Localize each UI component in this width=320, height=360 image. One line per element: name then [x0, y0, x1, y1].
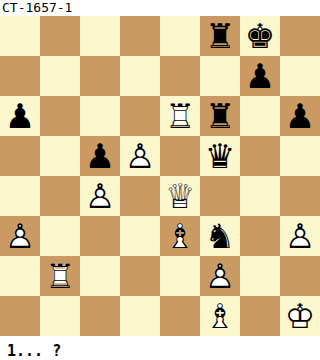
- square-d5[interactable]: ♟♙: [120, 136, 160, 176]
- square-g2[interactable]: [240, 256, 280, 296]
- piece-outline: ♙: [120, 136, 160, 176]
- square-g5[interactable]: [240, 136, 280, 176]
- square-f5[interactable]: ♛: [200, 136, 240, 176]
- piece-black-pawn[interactable]: ♟: [0, 96, 40, 136]
- square-c1[interactable]: [80, 296, 120, 336]
- square-c5[interactable]: ♟: [80, 136, 120, 176]
- piece-white-pawn[interactable]: ♟♙: [80, 176, 120, 216]
- square-c6[interactable]: [80, 96, 120, 136]
- square-g4[interactable]: [240, 176, 280, 216]
- square-h5[interactable]: [280, 136, 320, 176]
- square-h6[interactable]: ♟: [280, 96, 320, 136]
- square-f3[interactable]: ♞: [200, 216, 240, 256]
- square-c3[interactable]: [80, 216, 120, 256]
- square-e8[interactable]: [160, 16, 200, 56]
- square-h8[interactable]: [280, 16, 320, 56]
- square-c8[interactable]: [80, 16, 120, 56]
- piece-black-king[interactable]: ♚: [240, 16, 280, 56]
- square-b2[interactable]: ♜♖: [40, 256, 80, 296]
- square-h1[interactable]: ♚♔: [280, 296, 320, 336]
- square-c7[interactable]: [80, 56, 120, 96]
- square-g8[interactable]: ♚: [240, 16, 280, 56]
- square-b4[interactable]: [40, 176, 80, 216]
- piece-glyph: ♟: [240, 56, 280, 96]
- square-h4[interactable]: [280, 176, 320, 216]
- square-b8[interactable]: [40, 16, 80, 56]
- piece-outline: ♖: [40, 256, 80, 296]
- square-a2[interactable]: [0, 256, 40, 296]
- square-g1[interactable]: [240, 296, 280, 336]
- square-f2[interactable]: ♟♙: [200, 256, 240, 296]
- square-b1[interactable]: [40, 296, 80, 336]
- square-b5[interactable]: [40, 136, 80, 176]
- piece-black-pawn[interactable]: ♟: [240, 56, 280, 96]
- square-e6[interactable]: ♜♖: [160, 96, 200, 136]
- square-g7[interactable]: ♟: [240, 56, 280, 96]
- piece-white-pawn[interactable]: ♟♙: [0, 216, 40, 256]
- piece-outline: ♗: [200, 296, 240, 336]
- chess-board: ♜♚♟♟♜♖♜♟♟♟♙♛♟♙♛♕♟♙♝♗♞♟♙♜♖♟♙♝♗♚♔: [0, 16, 320, 336]
- square-d4[interactable]: [120, 176, 160, 216]
- square-f4[interactable]: [200, 176, 240, 216]
- piece-glyph: ♛: [200, 136, 240, 176]
- piece-black-knight[interactable]: ♞: [200, 216, 240, 256]
- square-f6[interactable]: ♜: [200, 96, 240, 136]
- piece-glyph: ♜: [200, 96, 240, 136]
- piece-white-queen[interactable]: ♛♕: [160, 176, 200, 216]
- chess-puzzle-page: CT-1657-1 ♜♚♟♟♜♖♜♟♟♟♙♛♟♙♛♕♟♙♝♗♞♟♙♜♖♟♙♝♗♚…: [0, 0, 320, 360]
- piece-glyph: ♚: [240, 16, 280, 56]
- square-h2[interactable]: [280, 256, 320, 296]
- square-f1[interactable]: ♝♗: [200, 296, 240, 336]
- piece-white-pawn[interactable]: ♟♙: [120, 136, 160, 176]
- square-e5[interactable]: [160, 136, 200, 176]
- square-c2[interactable]: [80, 256, 120, 296]
- piece-glyph: ♟: [80, 136, 120, 176]
- piece-outline: ♗: [160, 216, 200, 256]
- piece-black-queen[interactable]: ♛: [200, 136, 240, 176]
- piece-white-bishop[interactable]: ♝♗: [200, 296, 240, 336]
- square-a3[interactable]: ♟♙: [0, 216, 40, 256]
- piece-outline: ♕: [160, 176, 200, 216]
- square-c4[interactable]: ♟♙: [80, 176, 120, 216]
- square-e2[interactable]: [160, 256, 200, 296]
- square-e4[interactable]: ♛♕: [160, 176, 200, 216]
- square-d3[interactable]: [120, 216, 160, 256]
- piece-outline: ♙: [80, 176, 120, 216]
- puzzle-id: CT-1657-1: [0, 0, 320, 16]
- square-a1[interactable]: [0, 296, 40, 336]
- piece-outline: ♙: [0, 216, 40, 256]
- piece-black-rook[interactable]: ♜: [200, 96, 240, 136]
- piece-white-king[interactable]: ♚♔: [280, 296, 320, 336]
- piece-white-rook[interactable]: ♜♖: [160, 96, 200, 136]
- square-d8[interactable]: [120, 16, 160, 56]
- piece-glyph: ♟: [0, 96, 40, 136]
- piece-white-pawn[interactable]: ♟♙: [280, 216, 320, 256]
- square-h7[interactable]: [280, 56, 320, 96]
- piece-white-bishop[interactable]: ♝♗: [160, 216, 200, 256]
- move-prompt: 1... ?: [0, 336, 320, 360]
- square-g3[interactable]: [240, 216, 280, 256]
- square-a5[interactable]: [0, 136, 40, 176]
- square-a7[interactable]: [0, 56, 40, 96]
- square-e7[interactable]: [160, 56, 200, 96]
- square-f8[interactable]: ♜: [200, 16, 240, 56]
- piece-outline: ♙: [280, 216, 320, 256]
- square-b7[interactable]: [40, 56, 80, 96]
- piece-outline: ♔: [280, 296, 320, 336]
- square-b6[interactable]: [40, 96, 80, 136]
- square-g6[interactable]: [240, 96, 280, 136]
- square-b3[interactable]: [40, 216, 80, 256]
- square-a6[interactable]: ♟: [0, 96, 40, 136]
- square-d7[interactable]: [120, 56, 160, 96]
- piece-outline: ♙: [200, 256, 240, 296]
- square-e3[interactable]: ♝♗: [160, 216, 200, 256]
- piece-white-pawn[interactable]: ♟♙: [200, 256, 240, 296]
- piece-black-rook[interactable]: ♜: [200, 16, 240, 56]
- piece-black-pawn[interactable]: ♟: [280, 96, 320, 136]
- square-d6[interactable]: [120, 96, 160, 136]
- piece-black-pawn[interactable]: ♟: [80, 136, 120, 176]
- square-d1[interactable]: [120, 296, 160, 336]
- square-a4[interactable]: [0, 176, 40, 216]
- square-h3[interactable]: ♟♙: [280, 216, 320, 256]
- square-d2[interactable]: [120, 256, 160, 296]
- piece-glyph: ♞: [200, 216, 240, 256]
- square-a8[interactable]: [0, 16, 40, 56]
- piece-glyph: ♟: [280, 96, 320, 136]
- piece-white-rook[interactable]: ♜♖: [40, 256, 80, 296]
- piece-glyph: ♜: [200, 16, 240, 56]
- piece-outline: ♖: [160, 96, 200, 136]
- square-e1[interactable]: [160, 296, 200, 336]
- square-f7[interactable]: [200, 56, 240, 96]
